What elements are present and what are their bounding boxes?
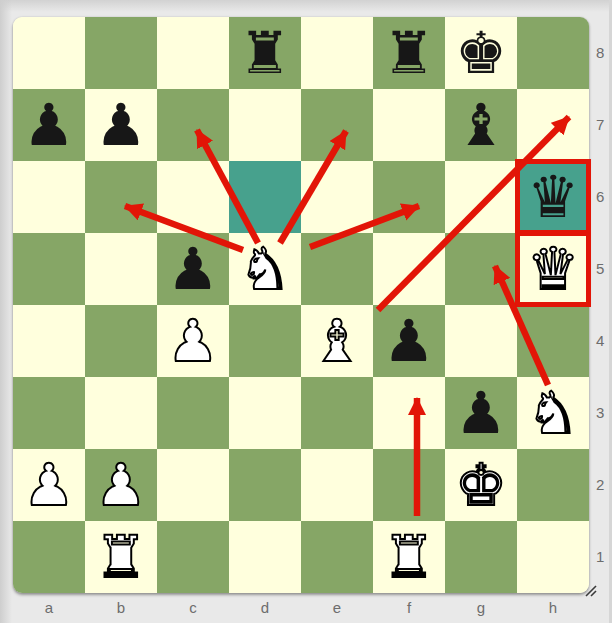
square-d7[interactable] [229,89,301,161]
square-d1[interactable] [229,521,301,593]
rank-label-7: 7 [596,116,612,134]
square-g4[interactable] [445,305,517,377]
white-rook-piece[interactable]: ♜ [373,521,445,593]
square-b4[interactable] [85,305,157,377]
square-e3[interactable] [301,377,373,449]
file-label-b: b [85,599,157,617]
square-d6[interactable] [229,161,301,233]
square-a8[interactable] [13,17,85,89]
file-label-e: e [301,599,373,617]
black-pawn-piece[interactable]: ♟ [157,233,229,305]
window-edge-shading-top [0,0,612,12]
square-a6[interactable] [13,161,85,233]
square-c1[interactable] [157,521,229,593]
square-h2[interactable] [517,449,589,521]
rank-label-1: 1 [596,548,612,566]
square-b3[interactable] [85,377,157,449]
black-bishop-piece[interactable]: ♝ [445,89,517,161]
square-b8[interactable] [85,17,157,89]
white-pawn-piece[interactable]: ♟ [85,449,157,521]
white-knight-piece[interactable]: ♞ [229,233,301,305]
square-h1[interactable] [517,521,589,593]
white-bishop-piece[interactable]: ♝ [301,305,373,377]
rank-label-3: 3 [596,404,612,422]
black-queen-piece[interactable]: ♛ [517,161,589,233]
square-e2[interactable] [301,449,373,521]
square-g6[interactable] [445,161,517,233]
rank-label-5: 5 [596,260,612,278]
square-f5[interactable] [373,233,445,305]
white-pawn-piece[interactable]: ♟ [157,305,229,377]
black-rook-piece[interactable]: ♜ [229,17,301,89]
square-c6[interactable] [157,161,229,233]
square-c7[interactable] [157,89,229,161]
square-g1[interactable] [445,521,517,593]
square-c3[interactable] [157,377,229,449]
black-rook-piece[interactable]: ♜ [373,17,445,89]
file-label-c: c [157,599,229,617]
white-rook-piece[interactable]: ♜ [85,521,157,593]
square-d2[interactable] [229,449,301,521]
file-label-a: a [13,599,85,617]
square-g5[interactable] [445,233,517,305]
square-b6[interactable] [85,161,157,233]
square-b5[interactable] [85,233,157,305]
file-label-f: f [373,599,445,617]
square-e7[interactable] [301,89,373,161]
white-knight-piece[interactable]: ♞ [517,377,589,449]
board-resize-handle-icon[interactable] [582,582,598,598]
square-f6[interactable] [373,161,445,233]
square-f3[interactable] [373,377,445,449]
rank-label-4: 4 [596,332,612,350]
rank-label-6: 6 [596,188,612,206]
square-e8[interactable] [301,17,373,89]
white-king-piece[interactable]: ♚ [445,449,517,521]
file-label-g: g [445,599,517,617]
rank-label-2: 2 [596,476,612,494]
chess-board: ♜♜♚♟♟♝♛♟♞♛♟♝♟♟♞♟♟♚♜♜ [13,17,589,593]
square-e1[interactable] [301,521,373,593]
black-pawn-piece[interactable]: ♟ [445,377,517,449]
black-pawn-piece[interactable]: ♟ [85,89,157,161]
square-e6[interactable] [301,161,373,233]
square-e5[interactable] [301,233,373,305]
square-a4[interactable] [13,305,85,377]
square-f7[interactable] [373,89,445,161]
black-king-piece[interactable]: ♚ [445,17,517,89]
square-h4[interactable] [517,305,589,377]
white-pawn-piece[interactable]: ♟ [13,449,85,521]
square-a1[interactable] [13,521,85,593]
square-a3[interactable] [13,377,85,449]
rank-label-8: 8 [596,44,612,62]
square-c8[interactable] [157,17,229,89]
square-f2[interactable] [373,449,445,521]
square-c2[interactable] [157,449,229,521]
square-d4[interactable] [229,305,301,377]
square-d3[interactable] [229,377,301,449]
black-pawn-piece[interactable]: ♟ [373,305,445,377]
square-h7[interactable] [517,89,589,161]
window-edge-shading-left [0,0,12,623]
file-label-d: d [229,599,301,617]
white-queen-piece[interactable]: ♛ [517,233,589,305]
file-label-h: h [517,599,589,617]
black-pawn-piece[interactable]: ♟ [13,89,85,161]
square-h8[interactable] [517,17,589,89]
square-a5[interactable] [13,233,85,305]
